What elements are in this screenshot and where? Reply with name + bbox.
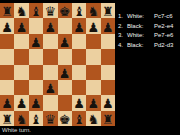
square-f3[interactable] bbox=[72, 80, 86, 95]
square-d7[interactable]: ♟ bbox=[43, 18, 57, 33]
square-c1[interactable]: ♝ bbox=[29, 111, 43, 126]
square-h2[interactable]: ♟ bbox=[101, 95, 115, 110]
black-pawn: ♟ bbox=[102, 97, 114, 110]
square-h4[interactable] bbox=[101, 65, 115, 80]
square-a6[interactable] bbox=[0, 34, 14, 49]
white-knight: ♞ bbox=[88, 5, 100, 18]
square-b1[interactable]: ♞ bbox=[14, 111, 28, 126]
square-d6[interactable] bbox=[43, 34, 57, 49]
move-2-num: 2. bbox=[118, 22, 127, 32]
move-2-alg: Pe2-e4 bbox=[154, 22, 180, 32]
move-2-side: Black: bbox=[127, 22, 154, 32]
black-pawn: ♟ bbox=[1, 97, 13, 110]
square-h5[interactable] bbox=[101, 49, 115, 64]
black-pawn: ♟ bbox=[16, 97, 28, 110]
square-h8[interactable]: ♜ bbox=[101, 3, 115, 18]
square-f7[interactable]: ♟ bbox=[72, 18, 86, 33]
square-g2[interactable]: ♟ bbox=[86, 95, 100, 110]
square-g6[interactable] bbox=[86, 34, 100, 49]
square-e3[interactable] bbox=[58, 80, 72, 95]
square-d2[interactable] bbox=[43, 95, 57, 110]
black-queen: ♛ bbox=[44, 112, 56, 125]
square-e6[interactable]: ♟ bbox=[58, 34, 72, 49]
square-g4[interactable] bbox=[86, 65, 100, 80]
square-b3[interactable] bbox=[14, 80, 28, 95]
square-b4[interactable] bbox=[14, 65, 28, 80]
white-pawn: ♟ bbox=[59, 35, 71, 48]
move-4-side: Black: bbox=[127, 41, 154, 51]
move-1-side: White: bbox=[127, 12, 154, 22]
square-a1[interactable]: ♜ bbox=[0, 111, 14, 126]
square-f8[interactable]: ♝ bbox=[72, 3, 86, 18]
white-pawn: ♟ bbox=[88, 20, 100, 33]
move-3-alg: Pe7-e6 bbox=[154, 31, 180, 41]
move-entry-3: 3.White:Pe7-e6 bbox=[118, 31, 180, 41]
black-bishop: ♝ bbox=[73, 112, 85, 125]
square-g8[interactable]: ♞ bbox=[86, 3, 100, 18]
white-queen: ♛ bbox=[44, 5, 56, 18]
square-e4[interactable]: ♟ bbox=[58, 65, 72, 80]
move-3-num: 3. bbox=[118, 31, 127, 41]
square-f6[interactable] bbox=[72, 34, 86, 49]
square-e7[interactable] bbox=[58, 18, 72, 33]
square-e5[interactable] bbox=[58, 49, 72, 64]
white-king: ♚ bbox=[59, 5, 71, 18]
square-b2[interactable]: ♟ bbox=[14, 95, 28, 110]
white-pawn: ♟ bbox=[1, 20, 13, 33]
move-1-num: 1. bbox=[118, 12, 127, 22]
square-g7[interactable]: ♟ bbox=[86, 18, 100, 33]
square-b8[interactable]: ♞ bbox=[14, 3, 28, 18]
white-bishop: ♝ bbox=[30, 5, 42, 18]
square-d3[interactable]: ♟ bbox=[43, 80, 57, 95]
white-bishop: ♝ bbox=[73, 5, 85, 18]
move-4-alg: Pd2-d3 bbox=[154, 41, 180, 51]
white-pawn: ♟ bbox=[44, 20, 56, 33]
black-rook: ♜ bbox=[1, 112, 13, 125]
square-a4[interactable] bbox=[0, 65, 14, 80]
move-entry-2: 2.Black:Pe2-e4 bbox=[118, 22, 180, 32]
square-h1[interactable]: ♜ bbox=[101, 111, 115, 126]
move-entry-1: 1.White:Pc7-c6 bbox=[118, 12, 180, 22]
black-rook: ♜ bbox=[102, 112, 114, 125]
square-c4[interactable] bbox=[29, 65, 43, 80]
status-bar: White turn. bbox=[0, 126, 180, 135]
black-knight: ♞ bbox=[88, 112, 100, 125]
black-pawn: ♟ bbox=[73, 97, 85, 110]
white-rook: ♜ bbox=[1, 5, 13, 18]
square-c8[interactable]: ♝ bbox=[29, 3, 43, 18]
square-g1[interactable]: ♞ bbox=[86, 111, 100, 126]
square-a5[interactable] bbox=[0, 49, 14, 64]
chess-board: ♜♞♝♛♚♝♞♜♟♟♟♟♟♟♟♟♟♟♟♟♟♟♟♟♜♞♝♛♚♝♞♜ bbox=[0, 3, 115, 126]
square-d5[interactable] bbox=[43, 49, 57, 64]
square-c2[interactable]: ♟ bbox=[29, 95, 43, 110]
black-knight: ♞ bbox=[16, 112, 28, 125]
white-pawn: ♟ bbox=[73, 20, 85, 33]
square-c3[interactable] bbox=[29, 80, 43, 95]
square-a2[interactable]: ♟ bbox=[0, 95, 14, 110]
square-c7[interactable] bbox=[29, 18, 43, 33]
square-a3[interactable] bbox=[0, 80, 14, 95]
square-b7[interactable]: ♟ bbox=[14, 18, 28, 33]
black-pawn: ♟ bbox=[44, 82, 56, 95]
square-c5[interactable] bbox=[29, 49, 43, 64]
square-e2[interactable] bbox=[58, 95, 72, 110]
square-f5[interactable] bbox=[72, 49, 86, 64]
square-f2[interactable]: ♟ bbox=[72, 95, 86, 110]
square-h7[interactable]: ♟ bbox=[101, 18, 115, 33]
white-knight: ♞ bbox=[16, 5, 28, 18]
square-a8[interactable]: ♜ bbox=[0, 3, 14, 18]
square-d8[interactable]: ♛ bbox=[43, 3, 57, 18]
square-f4[interactable] bbox=[72, 65, 86, 80]
black-king: ♚ bbox=[59, 112, 71, 125]
move-list: 1.White:Pc7-c62.Black:Pe2-e43.White:Pe7-… bbox=[118, 12, 180, 50]
move-1-alg: Pc7-c6 bbox=[154, 12, 180, 22]
square-h6[interactable] bbox=[101, 34, 115, 49]
square-f1[interactable]: ♝ bbox=[72, 111, 86, 126]
turn-indicator-text: White turn. bbox=[2, 126, 31, 135]
white-pawn: ♟ bbox=[16, 20, 28, 33]
white-pawn: ♟ bbox=[30, 35, 42, 48]
square-c6[interactable]: ♟ bbox=[29, 34, 43, 49]
square-g5[interactable] bbox=[86, 49, 100, 64]
black-pawn: ♟ bbox=[59, 66, 71, 79]
square-e1[interactable]: ♚ bbox=[58, 111, 72, 126]
black-pawn: ♟ bbox=[88, 97, 100, 110]
square-e8[interactable]: ♚ bbox=[58, 3, 72, 18]
move-entry-4: 4.Black:Pd2-d3 bbox=[118, 41, 180, 51]
square-d1[interactable]: ♛ bbox=[43, 111, 57, 126]
square-b5[interactable] bbox=[14, 49, 28, 64]
square-b6[interactable] bbox=[14, 34, 28, 49]
black-pawn: ♟ bbox=[30, 97, 42, 110]
white-rook: ♜ bbox=[102, 5, 114, 18]
square-d4[interactable] bbox=[43, 65, 57, 80]
black-bishop: ♝ bbox=[30, 112, 42, 125]
square-a7[interactable]: ♟ bbox=[0, 18, 14, 33]
white-pawn: ♟ bbox=[102, 20, 114, 33]
move-4-num: 4. bbox=[118, 41, 127, 51]
square-h3[interactable] bbox=[101, 80, 115, 95]
square-g3[interactable] bbox=[86, 80, 100, 95]
move-3-side: White: bbox=[127, 31, 154, 41]
